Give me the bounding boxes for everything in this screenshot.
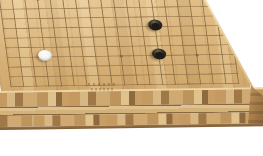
board-cell [218, 69, 232, 79]
board-cell [9, 24, 23, 34]
board-cell [200, 31, 214, 41]
board-cell [114, 51, 128, 61]
board-cell [128, 61, 142, 71]
board-cell [150, 32, 164, 42]
board-cell [59, 13, 73, 23]
board-cell [66, 71, 80, 81]
board-cell [45, 4, 59, 14]
board-cell [161, 22, 175, 32]
board-cell [84, 13, 98, 23]
board-cell [92, 71, 106, 81]
board-cell [205, 69, 219, 79]
star-point [196, 54, 199, 56]
board-cell [204, 60, 218, 70]
board-cell [25, 43, 39, 53]
board-cell [23, 33, 37, 43]
board-cell [130, 70, 144, 80]
board-cell [176, 41, 190, 51]
board-cell [90, 61, 104, 71]
board-cell [173, 12, 187, 22]
board-cell [22, 24, 36, 34]
board-cell [198, 12, 212, 22]
board-cell [186, 21, 200, 31]
board-cell [40, 62, 54, 72]
board-cell [216, 50, 230, 60]
board-cell [112, 32, 126, 42]
board-cell [71, 13, 85, 23]
board-cell [123, 22, 137, 32]
board-cell [15, 62, 29, 72]
board-cell [95, 3, 109, 13]
board-cell [75, 42, 89, 52]
board-cell [36, 33, 50, 43]
board-cell [13, 53, 27, 63]
board-cell [117, 71, 131, 81]
board-cell [103, 61, 117, 71]
board-cell [142, 70, 156, 80]
board-cell [180, 70, 194, 80]
board-cell [20, 4, 34, 14]
board-cell [21, 14, 35, 24]
board-cell [1, 53, 15, 63]
board-cell [217, 60, 231, 70]
board-cell [193, 70, 207, 80]
board-cell [97, 13, 111, 23]
board-cell [12, 43, 26, 53]
board-cell [76, 52, 90, 62]
board-cell: ○ [39, 52, 53, 62]
board-cell [11, 33, 25, 43]
board-cell [138, 41, 152, 51]
board-cell [155, 70, 169, 80]
board-cell [141, 61, 155, 71]
board-cell [2, 63, 16, 73]
board-cell [104, 71, 118, 81]
board-cell [54, 72, 68, 82]
board-cell [102, 52, 116, 62]
board-cell [135, 12, 149, 22]
board-cell [109, 13, 123, 23]
board-cell [88, 42, 102, 52]
board-cell [125, 32, 139, 42]
board-cell [52, 62, 66, 72]
board-cell [178, 50, 192, 60]
board-cell [179, 60, 193, 70]
board-cell [64, 52, 78, 62]
go-board-grid: ●○● [0, 0, 246, 92]
board-cell [70, 4, 84, 14]
board-cell [83, 3, 97, 13]
board-cell [154, 60, 168, 70]
board-cell [79, 71, 93, 81]
board-cell [160, 12, 174, 22]
board-cell [101, 42, 115, 52]
board-cell [47, 23, 61, 33]
board-cell [98, 23, 112, 33]
board-cell [166, 60, 180, 70]
board-cell [28, 72, 42, 82]
board-cell: ● [152, 51, 166, 61]
board-cell [41, 72, 55, 82]
board-cell [61, 33, 75, 43]
board-cell [8, 14, 22, 24]
maker-stamp [88, 83, 121, 92]
board-cell [85, 23, 99, 33]
board-cell [73, 23, 87, 33]
board-cell [16, 72, 30, 82]
board-cell [65, 62, 79, 72]
board-cell [126, 42, 140, 52]
board-cell [137, 32, 151, 42]
board-cell [185, 12, 199, 22]
board-cell: ● [149, 22, 163, 32]
board-cell [146, 3, 160, 13]
board-cell [108, 3, 122, 13]
board-cell [3, 72, 17, 82]
board-cell [27, 62, 41, 72]
board-cell [51, 52, 65, 62]
board-cell [165, 51, 179, 61]
board-cell [188, 31, 202, 41]
board-cell [159, 2, 173, 12]
board-front-face [0, 87, 263, 130]
board-cell [35, 23, 49, 33]
board-cell [174, 22, 188, 32]
board-cell [203, 50, 217, 60]
board-cell [57, 4, 71, 14]
board-cell [175, 31, 189, 41]
board-cell [50, 43, 64, 53]
board-cell [111, 22, 125, 32]
board-cell [202, 40, 216, 50]
board-cell [121, 3, 135, 13]
board-cell [60, 23, 74, 33]
board-cell [113, 42, 127, 52]
board-cell [46, 14, 60, 24]
board-cell [7, 5, 21, 15]
board-cell [74, 33, 88, 43]
board-cell [164, 41, 178, 51]
board-cell [99, 32, 113, 42]
board-cell [89, 52, 103, 62]
board-cell [49, 33, 63, 43]
board-cell [63, 42, 77, 52]
board-cell [32, 4, 46, 14]
board-cell [33, 14, 47, 24]
go-board-photo: ●○● [0, 0, 263, 156]
board-cell [162, 31, 176, 41]
star-point [120, 55, 123, 57]
board-cell [199, 21, 213, 31]
board-cell [116, 61, 130, 71]
board-cell [189, 41, 203, 51]
board-cell [192, 60, 206, 70]
board-cell [127, 51, 141, 61]
board-cell [122, 13, 136, 23]
board-cell [171, 2, 185, 12]
board-cell [168, 70, 182, 80]
board-cell [184, 2, 198, 12]
board-cell [190, 50, 204, 60]
board-cell [78, 62, 92, 72]
board-cell [87, 32, 101, 42]
board-cell [133, 3, 147, 13]
